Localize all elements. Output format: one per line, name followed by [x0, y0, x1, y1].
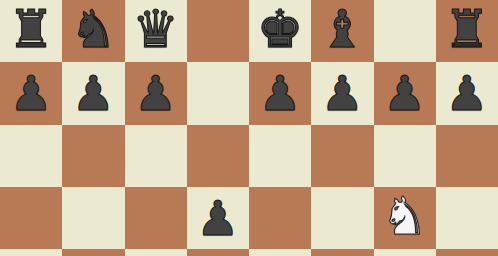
square-c8[interactable]: ♛: [125, 0, 187, 62]
piece-black-pawn[interactable]: ♟: [196, 194, 239, 242]
square-d4[interactable]: [187, 249, 249, 256]
square-g6[interactable]: [374, 125, 436, 187]
chess-board-viewport: ♜♞♛♚♝♜♟♟♟♟♟♟♟♟♞: [0, 0, 498, 256]
square-d7[interactable]: [187, 62, 249, 124]
square-d6[interactable]: [187, 125, 249, 187]
piece-black-pawn[interactable]: ♟: [72, 69, 115, 117]
square-e7[interactable]: ♟: [249, 62, 311, 124]
square-e6[interactable]: [249, 125, 311, 187]
square-g7[interactable]: ♟: [374, 62, 436, 124]
piece-black-pawn[interactable]: ♟: [383, 69, 426, 117]
square-e8[interactable]: ♚: [249, 0, 311, 62]
square-c4[interactable]: [125, 249, 187, 256]
piece-black-pawn[interactable]: ♟: [445, 69, 488, 117]
piece-white-knight[interactable]: ♞: [381, 190, 428, 242]
square-b7[interactable]: ♟: [62, 62, 124, 124]
square-a8[interactable]: ♜: [0, 0, 62, 62]
square-h6[interactable]: [436, 125, 498, 187]
square-h7[interactable]: ♟: [436, 62, 498, 124]
square-h5[interactable]: [436, 187, 498, 249]
square-a6[interactable]: [0, 125, 62, 187]
square-g4[interactable]: [374, 249, 436, 256]
square-b4[interactable]: [62, 249, 124, 256]
square-c6[interactable]: [125, 125, 187, 187]
piece-black-knight[interactable]: ♞: [70, 3, 117, 55]
piece-black-pawn[interactable]: ♟: [134, 69, 177, 117]
square-a7[interactable]: ♟: [0, 62, 62, 124]
square-a5[interactable]: [0, 187, 62, 249]
square-b8[interactable]: ♞: [62, 0, 124, 62]
piece-black-rook[interactable]: ♜: [444, 3, 491, 55]
square-b5[interactable]: [62, 187, 124, 249]
square-c7[interactable]: ♟: [125, 62, 187, 124]
piece-black-pawn[interactable]: ♟: [10, 69, 53, 117]
piece-black-pawn[interactable]: ♟: [321, 69, 364, 117]
square-d5[interactable]: ♟: [187, 187, 249, 249]
square-g5[interactable]: ♞: [374, 187, 436, 249]
piece-black-queen[interactable]: ♛: [132, 3, 179, 55]
square-e5[interactable]: [249, 187, 311, 249]
square-e4[interactable]: [249, 249, 311, 256]
square-f6[interactable]: [311, 125, 373, 187]
chess-board: ♜♞♛♚♝♜♟♟♟♟♟♟♟♟♞: [0, 0, 498, 256]
square-c5[interactable]: [125, 187, 187, 249]
square-g8[interactable]: [374, 0, 436, 62]
piece-black-king[interactable]: ♚: [257, 3, 304, 55]
piece-black-rook[interactable]: ♜: [8, 3, 55, 55]
square-f4[interactable]: [311, 249, 373, 256]
square-d8[interactable]: [187, 0, 249, 62]
piece-black-bishop[interactable]: ♝: [319, 3, 366, 55]
square-b6[interactable]: [62, 125, 124, 187]
piece-black-pawn[interactable]: ♟: [259, 69, 302, 117]
square-h8[interactable]: ♜: [436, 0, 498, 62]
square-f7[interactable]: ♟: [311, 62, 373, 124]
square-f5[interactable]: [311, 187, 373, 249]
square-a4[interactable]: [0, 249, 62, 256]
square-f8[interactable]: ♝: [311, 0, 373, 62]
square-h4[interactable]: [436, 249, 498, 256]
